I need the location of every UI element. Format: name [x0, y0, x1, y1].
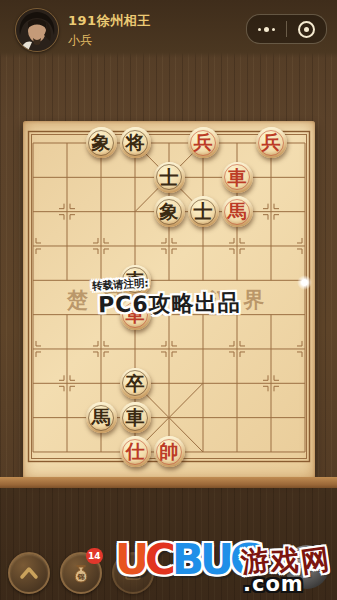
board-point: 象 — [84, 126, 118, 160]
board-point: 将 — [118, 126, 152, 160]
board-point: 士 — [186, 194, 220, 228]
wechat-exit-button[interactable] — [287, 15, 326, 43]
board-point: 帥 — [152, 435, 186, 469]
board-point: 兵 — [254, 126, 288, 160]
board-point: 卒 — [118, 366, 152, 400]
shop-button[interactable] — [112, 552, 154, 594]
piece-glyph: 車 — [126, 408, 145, 427]
piece-red-advisor[interactable]: 仕 — [120, 436, 151, 467]
header-bar: 191徐州相王 小兵 — [0, 0, 337, 58]
board-point: 馬 — [220, 194, 254, 228]
target-circle-icon — [298, 21, 315, 38]
piece-glyph: 将 — [126, 133, 145, 152]
piece-glyph: 卒 — [126, 374, 145, 393]
piece-black-general[interactable]: 将 — [120, 127, 151, 158]
level-title: 191徐州相王 — [68, 12, 151, 30]
piece-glyph: 車 — [228, 168, 247, 187]
ellipsis-icon — [272, 28, 275, 31]
piece-black-advisor[interactable]: 士 — [154, 162, 185, 193]
board-point: 仕 — [118, 435, 152, 469]
piece-glyph: 帥 — [160, 442, 179, 461]
board-point: 象 — [152, 194, 186, 228]
table-edge — [0, 477, 337, 488]
player-name: 小兵 — [68, 32, 92, 49]
sparkle-effect-icon — [297, 275, 312, 290]
ellipsis-icon — [258, 28, 261, 31]
board-point: 車 — [220, 160, 254, 194]
piece-black-soldier[interactable]: 卒 — [120, 368, 151, 399]
wechat-more-button[interactable] — [247, 15, 286, 43]
avatar-portrait-icon — [16, 9, 58, 51]
piece-glyph: 馬 — [228, 202, 247, 221]
piece-red-general[interactable]: 帥 — [154, 436, 185, 467]
avatar — [15, 8, 59, 52]
piece-red-soldier[interactable]: 兵 — [256, 127, 287, 158]
piece-red-soldier[interactable]: 兵 — [188, 127, 219, 158]
piece-black-advisor[interactable]: 士 — [188, 196, 219, 227]
piece-black-elephant[interactable]: 象 — [154, 196, 185, 227]
wechat-capsule — [246, 14, 327, 44]
app-screen: 191徐州相王 小兵 楚 河 汉 界 象将兵兵士車象士馬車車卒馬車仕帥 转载请注… — [0, 0, 337, 600]
piece-glyph: 士 — [160, 168, 179, 187]
piece-red-horse[interactable]: 馬 — [222, 196, 253, 227]
watermark-brand: PC6攻略出品 — [98, 288, 241, 320]
ellipsis-icon — [264, 27, 269, 32]
piece-glyph: 象 — [92, 133, 111, 152]
lower-wood-panel — [0, 488, 337, 600]
piece-black-elephant[interactable]: 象 — [86, 127, 117, 158]
money-bag-icon: 锦 — [68, 560, 94, 586]
board-point: 馬 — [84, 400, 118, 434]
chevron-up-icon — [17, 561, 41, 585]
piece-glyph: 兵 — [194, 133, 213, 152]
rewards-badge: 14 — [86, 548, 103, 564]
chest-icon — [121, 561, 145, 585]
piece-glyph: 兵 — [262, 133, 281, 152]
svg-text:锦: 锦 — [77, 573, 85, 581]
piece-glyph: 馬 — [92, 408, 111, 427]
piece-red-chariot[interactable]: 車 — [222, 162, 253, 193]
piece-black-chariot[interactable]: 車 — [120, 402, 151, 433]
collapse-button[interactable] — [8, 552, 50, 594]
piece-glyph: 象 — [160, 202, 179, 221]
board-point: 車 — [118, 400, 152, 434]
piece-black-horse[interactable]: 馬 — [86, 402, 117, 433]
piece-glyph: 士 — [194, 202, 213, 221]
board-point: 兵 — [186, 126, 220, 160]
board-point: 士 — [152, 160, 186, 194]
piece-glyph: 仕 — [126, 442, 145, 461]
